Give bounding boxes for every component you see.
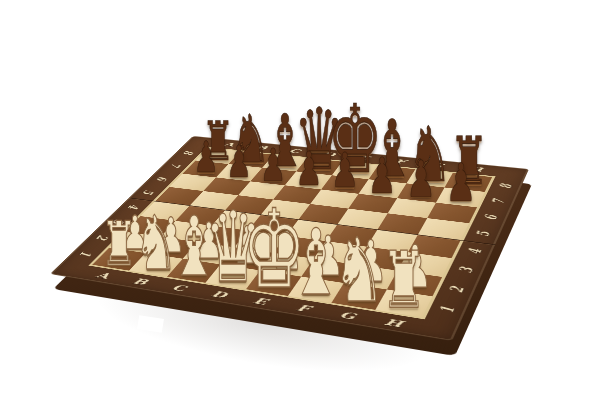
pawn-glyph: ♟	[226, 145, 252, 178]
pawn-glyph: ♟	[406, 160, 436, 198]
pawn-glyph: ♟	[445, 163, 476, 203]
rook-glyph: ♜	[381, 253, 426, 311]
knight-glyph: ♞	[333, 237, 385, 303]
chess-board-photo: ABCDEFGH ABCDEFGH 87654321 87654321 ♜♞♝♛…	[0, 0, 600, 400]
pawn-glyph: ♟	[295, 151, 322, 186]
rook-glyph: ♜	[101, 221, 137, 267]
pawn-glyph: ♟	[260, 148, 287, 182]
pawn-glyph: ♟	[368, 157, 397, 194]
pawn-glyph: ♟	[193, 142, 218, 174]
pawn-glyph: ♟	[331, 154, 359, 190]
pieces-layer: ♜♞♝♛♚♝♞♜♟♟♟♟♟♟♟♟♟♟♟♟♟♟♟♟♜♞♝♛♚♝♞♜	[0, 0, 600, 400]
